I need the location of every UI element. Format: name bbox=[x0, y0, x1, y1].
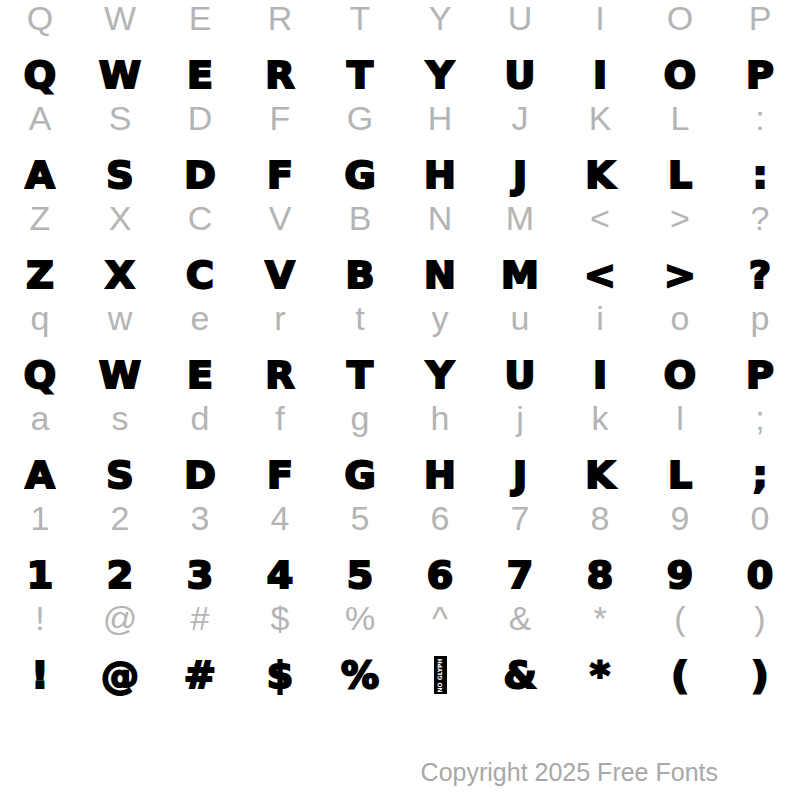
ref-char-cell: i bbox=[560, 298, 640, 338]
ref-char-cell: f bbox=[240, 398, 320, 438]
ref-char-cell: e bbox=[160, 298, 240, 338]
ref-row: !@#$%^&*() bbox=[0, 598, 800, 638]
glyph-char-cell: & bbox=[480, 645, 560, 705]
glyph-char-cell: 1 bbox=[0, 545, 80, 605]
ref-char-cell: E bbox=[160, 0, 240, 38]
glyph-char-cell: K bbox=[560, 145, 640, 205]
glyph-char-cell: G bbox=[320, 445, 400, 505]
glyph-char-cell: Y bbox=[400, 45, 480, 105]
glyph-char-cell: 6 bbox=[400, 545, 480, 605]
ref-char-cell: R bbox=[240, 0, 320, 38]
ref-char-cell: y bbox=[400, 298, 480, 338]
glyph-char-cell: ; bbox=[720, 445, 800, 505]
glyph-char-cell: L bbox=[640, 445, 720, 505]
glyph-char-cell: 8 bbox=[560, 545, 640, 605]
glyph-char-cell: 5 bbox=[320, 545, 400, 605]
glyph-char-cell: % bbox=[320, 645, 400, 705]
glyph-char-cell: 0 bbox=[720, 545, 800, 605]
glyph-char-cell: B bbox=[320, 245, 400, 305]
ref-char-cell: ; bbox=[720, 398, 800, 438]
glyph-char-cell: X bbox=[80, 245, 160, 305]
ref-char-cell: 2 bbox=[80, 498, 160, 538]
ref-char-cell: F bbox=[240, 98, 320, 138]
glyph-char-cell: > bbox=[640, 245, 720, 305]
glyph-char-cell: D bbox=[160, 145, 240, 205]
ref-row: 1234567890 bbox=[0, 498, 800, 538]
ref-char-cell: q bbox=[0, 298, 80, 338]
font-preview-page: QWERTYUIOPQWERTYUIOPASDFGHJKL:ASDFGHJKL:… bbox=[0, 0, 800, 800]
ref-row: ASDFGHJKL: bbox=[0, 98, 800, 138]
glyph-char-cell: E bbox=[160, 45, 240, 105]
ref-char-cell: U bbox=[480, 0, 560, 38]
glyph-char-cell: @ bbox=[80, 645, 160, 705]
ref-char-cell: K bbox=[560, 98, 640, 138]
ref-char-cell: p bbox=[720, 298, 800, 338]
glyph-row: 1234567890 bbox=[0, 545, 800, 605]
glyph-char-cell: D bbox=[160, 445, 240, 505]
glyph-char-cell: G bbox=[320, 145, 400, 205]
glyph-char-cell: < bbox=[560, 245, 640, 305]
ref-char-cell: u bbox=[480, 298, 560, 338]
glyph-char-cell: M bbox=[480, 245, 560, 305]
glyph-char-cell: * bbox=[560, 645, 640, 705]
glyph-char-cell: J bbox=[480, 445, 560, 505]
glyph-row: ZXCVBNM<>? bbox=[0, 245, 800, 305]
ref-char-cell: A bbox=[0, 98, 80, 138]
ref-char-cell: G bbox=[320, 98, 400, 138]
glyph-char-cell: ? bbox=[720, 245, 800, 305]
glyph-char-cell: 4 bbox=[240, 545, 320, 605]
ref-char-cell: 9 bbox=[640, 498, 720, 538]
ref-char-cell: J bbox=[480, 98, 560, 138]
glyph-char-cell: # bbox=[160, 645, 240, 705]
ref-char-cell: O bbox=[640, 0, 720, 38]
glyph-char-cell: ! bbox=[0, 645, 80, 705]
ref-char-cell: ( bbox=[640, 598, 720, 638]
ref-char-cell: 5 bbox=[320, 498, 400, 538]
ref-char-cell: I bbox=[560, 0, 640, 38]
glyph-char-cell: E bbox=[160, 345, 240, 405]
ref-char-cell: w bbox=[80, 298, 160, 338]
glyph-char-cell: I bbox=[560, 45, 640, 105]
ref-char-cell: X bbox=[80, 198, 160, 238]
glyph-char-cell: Y bbox=[400, 345, 480, 405]
ref-row: qwertyuiop bbox=[0, 298, 800, 338]
glyph-char-cell: F bbox=[240, 145, 320, 205]
glyph-char-cell: R bbox=[240, 45, 320, 105]
glyph-char-cell: J bbox=[480, 145, 560, 205]
ref-char-cell: @ bbox=[80, 598, 160, 638]
ref-char-cell: S bbox=[80, 98, 160, 138]
ref-char-cell: j bbox=[480, 398, 560, 438]
ref-char-cell: B bbox=[320, 198, 400, 238]
ref-char-cell: 8 bbox=[560, 498, 640, 538]
glyph-char-cell: K bbox=[560, 445, 640, 505]
ref-char-cell: W bbox=[80, 0, 160, 38]
ref-char-cell: d bbox=[160, 398, 240, 438]
ref-row: QWERTYUIOP bbox=[0, 0, 800, 38]
glyph-char-cell: Q bbox=[0, 45, 80, 105]
ref-char-cell: 7 bbox=[480, 498, 560, 538]
ref-char-cell: g bbox=[320, 398, 400, 438]
ref-char-cell: H bbox=[400, 98, 480, 138]
no-glyph-box: NO GLYPH bbox=[434, 656, 447, 694]
glyph-char-cell: W bbox=[80, 45, 160, 105]
glyph-char-cell: T bbox=[320, 345, 400, 405]
glyph-char-cell: S bbox=[80, 145, 160, 205]
ref-char-cell: Q bbox=[0, 0, 80, 38]
ref-char-cell: Y bbox=[400, 0, 480, 38]
no-glyph-label: NO GLYPH bbox=[437, 658, 444, 692]
glyph-char-cell: P bbox=[720, 45, 800, 105]
copyright-text: Copyright 2025 Free Fonts bbox=[421, 757, 718, 787]
ref-char-cell: ) bbox=[720, 598, 800, 638]
glyph-char-cell: F bbox=[240, 445, 320, 505]
ref-char-cell: P bbox=[720, 0, 800, 38]
ref-row: asdfghjkl; bbox=[0, 398, 800, 438]
ref-char-cell: N bbox=[400, 198, 480, 238]
glyph-row: !@#$%NO GLYPH&*() bbox=[0, 645, 800, 705]
ref-char-cell: a bbox=[0, 398, 80, 438]
glyph-char-cell: U bbox=[480, 45, 560, 105]
ref-char-cell: l bbox=[640, 398, 720, 438]
glyph-char-cell: 2 bbox=[80, 545, 160, 605]
glyph-char-cell: 9 bbox=[640, 545, 720, 605]
glyph-char-cell: T bbox=[320, 45, 400, 105]
glyph-char-cell: ) bbox=[720, 645, 800, 705]
glyph-char-cell: P bbox=[720, 345, 800, 405]
glyph-char-cell: O bbox=[640, 345, 720, 405]
glyph-char-cell: W bbox=[80, 345, 160, 405]
ref-char-cell: ! bbox=[0, 598, 80, 638]
ref-char-cell: k bbox=[560, 398, 640, 438]
glyph-char-cell: S bbox=[80, 445, 160, 505]
ref-char-cell: M bbox=[480, 198, 560, 238]
ref-char-cell: > bbox=[640, 198, 720, 238]
glyph-char-cell: A bbox=[0, 145, 80, 205]
glyph-char-cell: I bbox=[560, 345, 640, 405]
glyph-char-cell: Z bbox=[0, 245, 80, 305]
ref-char-cell: ? bbox=[720, 198, 800, 238]
ref-char-cell: < bbox=[560, 198, 640, 238]
ref-char-cell: ^ bbox=[400, 598, 480, 638]
ref-char-cell: C bbox=[160, 198, 240, 238]
ref-char-cell: r bbox=[240, 298, 320, 338]
glyph-row: ASDFGHJKL; bbox=[0, 445, 800, 505]
ref-char-cell: T bbox=[320, 0, 400, 38]
ref-char-cell: : bbox=[720, 98, 800, 138]
ref-char-cell: 3 bbox=[160, 498, 240, 538]
ref-char-cell: h bbox=[400, 398, 480, 438]
glyph-char-cell: ( bbox=[640, 645, 720, 705]
glyph-char-cell: 7 bbox=[480, 545, 560, 605]
ref-char-cell: L bbox=[640, 98, 720, 138]
glyph-char-cell: NO GLYPH bbox=[400, 645, 480, 705]
ref-char-cell: 4 bbox=[240, 498, 320, 538]
glyph-char-cell: A bbox=[0, 445, 80, 505]
glyph-row: QWERTYUIOP bbox=[0, 45, 800, 105]
glyph-char-cell: C bbox=[160, 245, 240, 305]
glyph-char-cell: L bbox=[640, 145, 720, 205]
glyph-char-cell: R bbox=[240, 345, 320, 405]
ref-char-cell: 0 bbox=[720, 498, 800, 538]
ref-char-cell: t bbox=[320, 298, 400, 338]
ref-char-cell: o bbox=[640, 298, 720, 338]
glyph-row: QWERTYUIOP bbox=[0, 345, 800, 405]
glyph-char-cell: 3 bbox=[160, 545, 240, 605]
glyph-char-cell: H bbox=[400, 445, 480, 505]
ref-char-cell: V bbox=[240, 198, 320, 238]
ref-char-cell: s bbox=[80, 398, 160, 438]
glyph-char-cell: $ bbox=[240, 645, 320, 705]
ref-char-cell: & bbox=[480, 598, 560, 638]
ref-char-cell: * bbox=[560, 598, 640, 638]
glyph-char-cell: H bbox=[400, 145, 480, 205]
ref-char-cell: D bbox=[160, 98, 240, 138]
glyph-char-cell: V bbox=[240, 245, 320, 305]
ref-char-cell: 1 bbox=[0, 498, 80, 538]
ref-char-cell: 6 bbox=[400, 498, 480, 538]
ref-char-cell: # bbox=[160, 598, 240, 638]
ref-row: ZXCVBNM<>? bbox=[0, 198, 800, 238]
glyph-char-cell: U bbox=[480, 345, 560, 405]
ref-char-cell: % bbox=[320, 598, 400, 638]
glyph-char-cell: : bbox=[720, 145, 800, 205]
ref-char-cell: $ bbox=[240, 598, 320, 638]
ref-char-cell: Z bbox=[0, 198, 80, 238]
glyph-char-cell: Q bbox=[0, 345, 80, 405]
glyph-char-cell: O bbox=[640, 45, 720, 105]
glyph-char-cell: N bbox=[400, 245, 480, 305]
glyph-row: ASDFGHJKL: bbox=[0, 145, 800, 205]
